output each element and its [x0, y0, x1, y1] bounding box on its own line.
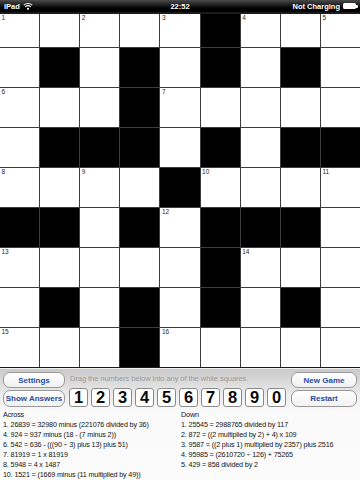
- clue-number: 8: [2, 168, 6, 176]
- clue-number: 4: [242, 14, 246, 22]
- black-cell: [120, 328, 159, 367]
- grid-cell[interactable]: [281, 14, 320, 47]
- grid-cell[interactable]: 2: [80, 14, 119, 47]
- grid-cell[interactable]: [160, 288, 199, 327]
- clue-item: 7. 81919 = 1 x 81919: [3, 450, 180, 460]
- grid-cell[interactable]: [160, 248, 199, 287]
- black-cell: [120, 88, 159, 127]
- grid-cell[interactable]: [160, 48, 199, 87]
- grid-cell[interactable]: 5: [321, 14, 360, 47]
- grid-cell[interactable]: [40, 168, 79, 207]
- clue-item: 8. 5948 = 4 x 1487: [3, 460, 180, 470]
- grid-cell[interactable]: [321, 48, 360, 87]
- settings-button[interactable]: Settings: [3, 372, 65, 388]
- clue-number: 5: [322, 14, 326, 22]
- grid-cell[interactable]: [321, 208, 360, 247]
- black-cell: [40, 208, 79, 247]
- wifi-icon: [23, 2, 33, 10]
- clue-item: 5. 429 = 858 divided by 2: [181, 460, 358, 470]
- digit-tile-4[interactable]: 4: [135, 388, 154, 407]
- battery-status-label: Not Charging: [293, 2, 341, 11]
- grid-cell[interactable]: 12: [160, 208, 199, 247]
- grid-cell[interactable]: [40, 248, 79, 287]
- clue-number: 10: [202, 168, 209, 176]
- grid-cell[interactable]: 8: [0, 168, 39, 207]
- grid-cell[interactable]: [241, 88, 280, 127]
- clue-number: 9: [82, 168, 86, 176]
- grid-cell[interactable]: [241, 328, 280, 367]
- crossnumber-board: 12345678910111213141516: [0, 12, 360, 368]
- carrier-label: iPad: [4, 2, 20, 11]
- black-cell: [80, 128, 119, 167]
- grid-cell[interactable]: 16: [160, 328, 199, 367]
- grid-cell[interactable]: 14: [241, 248, 280, 287]
- grid-cell[interactable]: 4: [241, 14, 280, 47]
- restart-button[interactable]: Restart: [291, 390, 357, 407]
- clue-number: 7: [162, 88, 166, 96]
- clue-item: 2. 872 = ((2 multiplied by 2) + 4) x 109: [181, 430, 358, 440]
- digit-tile-9[interactable]: 9: [245, 388, 264, 407]
- battery-icon: [343, 3, 356, 9]
- clue-number: 14: [242, 248, 249, 256]
- clue-number: 2: [82, 14, 86, 22]
- grid-cell[interactable]: [80, 288, 119, 327]
- grid-cell[interactable]: [160, 128, 199, 167]
- grid-cell[interactable]: [0, 288, 39, 327]
- clue-number: 1: [2, 14, 6, 22]
- grid-cell[interactable]: [321, 88, 360, 127]
- drag-instruction: Drag the numbers below into any of the w…: [70, 374, 288, 383]
- clue-number: 6: [2, 88, 6, 96]
- grid-cell[interactable]: 6: [0, 88, 39, 127]
- control-panel: Settings Show Answers New Game Restart D…: [0, 369, 360, 480]
- black-cell: [40, 128, 79, 167]
- grid-cell[interactable]: 1: [0, 14, 39, 47]
- black-cell: [201, 288, 240, 327]
- grid-cell[interactable]: [120, 248, 159, 287]
- grid-cell[interactable]: [321, 248, 360, 287]
- black-cell: [160, 168, 199, 207]
- grid-cell[interactable]: [0, 48, 39, 87]
- black-cell: [201, 14, 240, 47]
- black-cell: [120, 288, 159, 327]
- grid-cell[interactable]: 3: [160, 14, 199, 47]
- across-header: Across: [3, 410, 180, 420]
- app-screen: iPad 22:52 Not Charging 1234567891011121…: [0, 0, 360, 480]
- clue-number: 12: [162, 208, 169, 216]
- grid-cell[interactable]: [281, 328, 320, 367]
- down-clues: Down 1. 25545 = 2988765 divided by 1172.…: [181, 410, 358, 470]
- black-cell: [321, 128, 360, 167]
- grid-cell[interactable]: [321, 328, 360, 367]
- digit-tile-5[interactable]: 5: [157, 388, 176, 407]
- grid-cell[interactable]: [281, 248, 320, 287]
- digit-tile-8[interactable]: 8: [223, 388, 242, 407]
- clue-item: 10. 1521 = (1669 minus (11 multiplied by…: [3, 470, 180, 480]
- grid-cell[interactable]: 7: [160, 88, 199, 127]
- grid-cell[interactable]: [80, 48, 119, 87]
- black-cell: [120, 208, 159, 247]
- grid-cell[interactable]: 15: [0, 328, 39, 367]
- black-cell: [281, 128, 320, 167]
- black-cell: [201, 208, 240, 247]
- digit-tile-6[interactable]: 6: [179, 388, 198, 407]
- digit-tray: 1234567890: [69, 388, 286, 407]
- black-cell: [201, 248, 240, 287]
- clue-number: 11: [322, 168, 329, 176]
- status-bar: iPad 22:52 Not Charging: [0, 0, 360, 12]
- black-cell: [201, 48, 240, 87]
- grid-cell[interactable]: [80, 208, 119, 247]
- clue-item: 1. 26839 = 32980 minus (221076 divided b…: [3, 420, 180, 430]
- clue-number: 13: [2, 248, 9, 256]
- grid-cell[interactable]: [40, 14, 79, 47]
- grid-cell[interactable]: [0, 128, 39, 167]
- clue-item: 6. 542 = 636 - (((90 ÷ 3) plus 13) plus …: [3, 440, 180, 450]
- black-cell: [281, 48, 320, 87]
- black-cell: [120, 128, 159, 167]
- grid-cell[interactable]: [120, 14, 159, 47]
- grid-cell[interactable]: [241, 128, 280, 167]
- clue-item: 4. 95985 = (2610720 ÷ 126) + 75265: [181, 450, 358, 460]
- grid-cell[interactable]: [40, 88, 79, 127]
- clue-number: 3: [162, 14, 166, 22]
- grid-cell[interactable]: [241, 168, 280, 207]
- black-cell: [281, 288, 320, 327]
- digit-tile-1[interactable]: 1: [69, 388, 88, 407]
- grid-cell[interactable]: [241, 288, 280, 327]
- grid-cell[interactable]: [281, 88, 320, 127]
- new-game-button[interactable]: New Game: [291, 372, 357, 388]
- grid-cell[interactable]: [80, 248, 119, 287]
- grid-cell[interactable]: [120, 168, 159, 207]
- clue-item: 4. 924 = 937 minus (18 - (7 minus 2)): [3, 430, 180, 440]
- clue-item: 1. 25545 = 2988765 divided by 117: [181, 420, 358, 430]
- digit-tile-3[interactable]: 3: [113, 388, 132, 407]
- black-cell: [40, 48, 79, 87]
- grid-cell[interactable]: [40, 328, 79, 367]
- grid-cell[interactable]: [281, 168, 320, 207]
- grid-cell[interactable]: [80, 88, 119, 127]
- grid-cell[interactable]: 13: [0, 248, 39, 287]
- clue-number: 16: [162, 328, 169, 336]
- black-cell: [120, 48, 159, 87]
- show-answers-button[interactable]: Show Answers: [3, 390, 65, 407]
- black-cell: [241, 208, 280, 247]
- black-cell: [201, 128, 240, 167]
- black-cell: [0, 208, 39, 247]
- grid-cell[interactable]: [241, 48, 280, 87]
- grid-cell[interactable]: 9: [80, 168, 119, 207]
- black-cell: [40, 288, 79, 327]
- black-cell: [281, 208, 320, 247]
- digit-tile-2[interactable]: 2: [91, 388, 110, 407]
- grid-cell[interactable]: [201, 328, 240, 367]
- across-clues: Across 1. 26839 = 32980 minus (221076 di…: [3, 410, 180, 480]
- grid-cell[interactable]: 10: [201, 168, 240, 207]
- clue-item: 3. 9587 = ((2 plus 1) multiplied by 2357…: [181, 440, 358, 450]
- digit-tile-7[interactable]: 7: [201, 388, 220, 407]
- grid-cell[interactable]: [321, 288, 360, 327]
- digit-tile-0[interactable]: 0: [267, 388, 286, 407]
- grid-cell[interactable]: [80, 328, 119, 367]
- clue-number: 15: [2, 328, 9, 336]
- grid-cell[interactable]: 11: [321, 168, 360, 207]
- grid-cell[interactable]: [201, 88, 240, 127]
- down-header: Down: [181, 410, 358, 420]
